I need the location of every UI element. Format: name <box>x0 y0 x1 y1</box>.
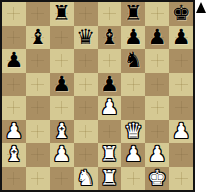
square-b8[interactable] <box>26 2 50 26</box>
square-b6[interactable] <box>26 49 50 73</box>
chess-app-window: ♜♜♚♝♛♝♟♟♟♟♞♟♟♟♟♝♛♟♝♟♜♟♟♞♜♚ <box>0 0 207 192</box>
square-f8[interactable]: ♜ <box>121 2 145 26</box>
square-g4[interactable] <box>145 96 169 120</box>
black-pawn[interactable]: ♟ <box>52 73 71 96</box>
square-h1[interactable] <box>169 167 193 191</box>
square-h3[interactable]: ♟ <box>169 120 193 144</box>
square-c2[interactable]: ♟ <box>50 143 74 167</box>
square-e5[interactable]: ♟ <box>98 73 122 97</box>
white-pawn[interactable]: ♟ <box>5 120 24 143</box>
square-d7[interactable]: ♛ <box>74 26 98 50</box>
black-knight[interactable]: ♞ <box>124 49 143 72</box>
square-b1[interactable] <box>26 167 50 191</box>
square-h7[interactable]: ♟ <box>169 26 193 50</box>
square-b7[interactable]: ♝ <box>26 26 50 50</box>
square-f5[interactable] <box>121 73 145 97</box>
black-pawn[interactable]: ♟ <box>148 26 167 49</box>
square-a8[interactable] <box>2 2 26 26</box>
square-c6[interactable] <box>50 49 74 73</box>
square-f2[interactable]: ♟ <box>121 143 145 167</box>
square-d8[interactable] <box>74 2 98 26</box>
square-f1[interactable] <box>121 167 145 191</box>
square-g5[interactable] <box>145 73 169 97</box>
black-pawn[interactable]: ♟ <box>100 73 119 96</box>
black-pawn[interactable]: ♟ <box>124 26 143 49</box>
square-b5[interactable] <box>26 73 50 97</box>
black-rook[interactable]: ♜ <box>52 2 71 25</box>
square-b2[interactable] <box>26 143 50 167</box>
side-panel <box>195 0 207 192</box>
square-a6[interactable]: ♟ <box>2 49 26 73</box>
square-f4[interactable] <box>121 96 145 120</box>
white-bishop[interactable]: ♝ <box>5 143 24 166</box>
square-f7[interactable]: ♟ <box>121 26 145 50</box>
black-king[interactable]: ♚ <box>172 2 191 25</box>
black-to-move-indicator-icon <box>196 2 206 13</box>
square-d2[interactable] <box>74 143 98 167</box>
square-c8[interactable]: ♜ <box>50 2 74 26</box>
square-a1[interactable] <box>2 167 26 191</box>
square-d5[interactable] <box>74 73 98 97</box>
white-pawn[interactable]: ♟ <box>148 143 167 166</box>
square-h2[interactable] <box>169 143 193 167</box>
square-e7[interactable]: ♝ <box>98 26 122 50</box>
square-c3[interactable]: ♝ <box>50 120 74 144</box>
square-g2[interactable]: ♟ <box>145 143 169 167</box>
white-pawn[interactable]: ♟ <box>124 143 143 166</box>
white-pawn[interactable]: ♟ <box>172 120 191 143</box>
square-h4[interactable] <box>169 96 193 120</box>
white-rook[interactable]: ♜ <box>100 143 119 166</box>
square-c5[interactable]: ♟ <box>50 73 74 97</box>
square-g6[interactable] <box>145 49 169 73</box>
square-g1[interactable]: ♚ <box>145 167 169 191</box>
white-bishop[interactable]: ♝ <box>52 120 71 143</box>
square-d6[interactable] <box>74 49 98 73</box>
white-knight[interactable]: ♞ <box>76 167 95 190</box>
square-a5[interactable] <box>2 73 26 97</box>
square-h6[interactable] <box>169 49 193 73</box>
square-f3[interactable]: ♛ <box>121 120 145 144</box>
square-d3[interactable] <box>74 120 98 144</box>
square-a4[interactable] <box>2 96 26 120</box>
square-f6[interactable]: ♞ <box>121 49 145 73</box>
chess-board: ♜♜♚♝♛♝♟♟♟♟♞♟♟♟♟♝♛♟♝♟♜♟♟♞♜♚ <box>0 0 195 192</box>
square-b4[interactable] <box>26 96 50 120</box>
square-h5[interactable] <box>169 73 193 97</box>
square-g3[interactable] <box>145 120 169 144</box>
chess-board-grid: ♜♜♚♝♛♝♟♟♟♟♞♟♟♟♟♝♛♟♝♟♜♟♟♞♜♚ <box>2 2 193 190</box>
black-bishop[interactable]: ♝ <box>28 26 47 49</box>
square-d4[interactable] <box>74 96 98 120</box>
square-h8[interactable]: ♚ <box>169 2 193 26</box>
square-c1[interactable] <box>50 167 74 191</box>
white-rook[interactable]: ♜ <box>100 167 119 190</box>
square-e2[interactable]: ♜ <box>98 143 122 167</box>
white-pawn[interactable]: ♟ <box>52 143 71 166</box>
black-bishop[interactable]: ♝ <box>100 26 119 49</box>
black-rook[interactable]: ♜ <box>124 2 143 25</box>
square-e8[interactable] <box>98 2 122 26</box>
square-a2[interactable]: ♝ <box>2 143 26 167</box>
square-a7[interactable] <box>2 26 26 50</box>
black-queen[interactable]: ♛ <box>76 26 95 49</box>
square-e1[interactable]: ♜ <box>98 167 122 191</box>
square-c4[interactable] <box>50 96 74 120</box>
black-pawn[interactable]: ♟ <box>5 49 24 72</box>
square-d1[interactable]: ♞ <box>74 167 98 191</box>
square-b3[interactable] <box>26 120 50 144</box>
square-e6[interactable] <box>98 49 122 73</box>
white-pawn[interactable]: ♟ <box>100 96 119 119</box>
square-e3[interactable] <box>98 120 122 144</box>
square-c7[interactable] <box>50 26 74 50</box>
square-a3[interactable]: ♟ <box>2 120 26 144</box>
white-king[interactable]: ♚ <box>148 167 167 190</box>
square-g8[interactable] <box>145 2 169 26</box>
square-e4[interactable]: ♟ <box>98 96 122 120</box>
square-g7[interactable]: ♟ <box>145 26 169 50</box>
white-queen[interactable]: ♛ <box>124 120 143 143</box>
black-pawn[interactable]: ♟ <box>172 26 191 49</box>
